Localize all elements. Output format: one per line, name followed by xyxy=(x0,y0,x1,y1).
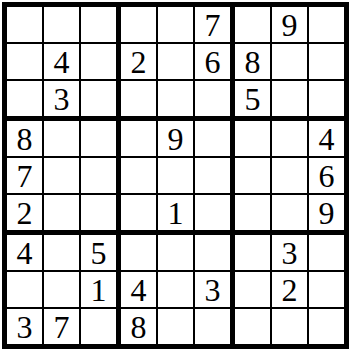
cell-r5c6-empty[interactable] xyxy=(195,158,235,195)
cell-r5c7-empty[interactable] xyxy=(235,158,272,195)
cell-r5c8-empty[interactable] xyxy=(272,158,309,195)
sudoku-board: 79426835894762194531432378 xyxy=(2,2,349,349)
cell-r2c3-empty[interactable] xyxy=(81,44,121,81)
cell-r4c1-given-8[interactable]: 8 xyxy=(7,121,44,158)
cell-r2c4-given-2[interactable]: 2 xyxy=(121,44,158,81)
cell-r9c1-given-3[interactable]: 3 xyxy=(7,309,44,344)
cell-r8c3-given-1[interactable]: 1 xyxy=(81,272,121,309)
cell-r7c4-empty[interactable] xyxy=(121,235,158,272)
cell-r7c1-given-4[interactable]: 4 xyxy=(7,235,44,272)
cell-r9c5-empty[interactable] xyxy=(158,309,195,344)
cell-r3c8-empty[interactable] xyxy=(272,81,309,121)
cell-r4c6-empty[interactable] xyxy=(195,121,235,158)
cell-r9c7-empty[interactable] xyxy=(235,309,272,344)
cell-r7c6-empty[interactable] xyxy=(195,235,235,272)
cell-r8c7-empty[interactable] xyxy=(235,272,272,309)
cell-r7c3-given-5[interactable]: 5 xyxy=(81,235,121,272)
cell-r8c9-empty[interactable] xyxy=(309,272,344,309)
cell-r2c7-given-8[interactable]: 8 xyxy=(235,44,272,81)
cell-r4c5-given-9[interactable]: 9 xyxy=(158,121,195,158)
cell-r4c3-empty[interactable] xyxy=(81,121,121,158)
cell-r6c7-empty[interactable] xyxy=(235,195,272,235)
cell-r9c2-given-7[interactable]: 7 xyxy=(44,309,81,344)
cell-r2c8-empty[interactable] xyxy=(272,44,309,81)
cell-r3c4-empty[interactable] xyxy=(121,81,158,121)
cell-r7c7-empty[interactable] xyxy=(235,235,272,272)
cell-r6c6-empty[interactable] xyxy=(195,195,235,235)
cell-r5c3-empty[interactable] xyxy=(81,158,121,195)
cell-r5c1-given-7[interactable]: 7 xyxy=(7,158,44,195)
cell-r7c8-given-3[interactable]: 3 xyxy=(272,235,309,272)
cell-r8c2-empty[interactable] xyxy=(44,272,81,309)
cell-r4c2-empty[interactable] xyxy=(44,121,81,158)
cell-r9c6-empty[interactable] xyxy=(195,309,235,344)
cell-r6c9-given-9[interactable]: 9 xyxy=(309,195,344,235)
cell-r3c2-given-3[interactable]: 3 xyxy=(44,81,81,121)
cell-r5c4-empty[interactable] xyxy=(121,158,158,195)
cell-r8c5-empty[interactable] xyxy=(158,272,195,309)
cell-r3c6-empty[interactable] xyxy=(195,81,235,121)
cell-r1c1-empty[interactable] xyxy=(7,7,44,44)
cell-r8c1-empty[interactable] xyxy=(7,272,44,309)
cell-r2c6-given-6[interactable]: 6 xyxy=(195,44,235,81)
cell-r3c3-empty[interactable] xyxy=(81,81,121,121)
cell-r4c7-empty[interactable] xyxy=(235,121,272,158)
cell-r1c4-empty[interactable] xyxy=(121,7,158,44)
cell-r5c5-empty[interactable] xyxy=(158,158,195,195)
cell-r4c9-given-4[interactable]: 4 xyxy=(309,121,344,158)
cell-r6c4-empty[interactable] xyxy=(121,195,158,235)
cell-r4c4-empty[interactable] xyxy=(121,121,158,158)
cell-r6c8-empty[interactable] xyxy=(272,195,309,235)
cell-r8c8-given-2[interactable]: 2 xyxy=(272,272,309,309)
cell-r8c4-given-4[interactable]: 4 xyxy=(121,272,158,309)
cell-r9c9-empty[interactable] xyxy=(309,309,344,344)
cell-r2c9-empty[interactable] xyxy=(309,44,344,81)
cell-r1c5-empty[interactable] xyxy=(158,7,195,44)
cell-r3c5-empty[interactable] xyxy=(158,81,195,121)
cell-r3c1-empty[interactable] xyxy=(7,81,44,121)
cell-r9c3-empty[interactable] xyxy=(81,309,121,344)
cell-r1c7-empty[interactable] xyxy=(235,7,272,44)
cell-r3c9-empty[interactable] xyxy=(309,81,344,121)
cell-r5c2-empty[interactable] xyxy=(44,158,81,195)
cell-r5c9-given-6[interactable]: 6 xyxy=(309,158,344,195)
cell-r6c3-empty[interactable] xyxy=(81,195,121,235)
cell-r1c8-given-9[interactable]: 9 xyxy=(272,7,309,44)
cell-r1c2-empty[interactable] xyxy=(44,7,81,44)
cell-r1c3-empty[interactable] xyxy=(81,7,121,44)
cell-r7c2-empty[interactable] xyxy=(44,235,81,272)
cell-r6c2-empty[interactable] xyxy=(44,195,81,235)
cell-r1c9-empty[interactable] xyxy=(309,7,344,44)
cell-r1c6-given-7[interactable]: 7 xyxy=(195,7,235,44)
cell-r9c4-given-8[interactable]: 8 xyxy=(121,309,158,344)
cell-r7c9-empty[interactable] xyxy=(309,235,344,272)
cell-r6c1-given-2[interactable]: 2 xyxy=(7,195,44,235)
cell-r3c7-given-5[interactable]: 5 xyxy=(235,81,272,121)
sudoku-page: 79426835894762194531432378 xyxy=(0,0,357,357)
cell-r4c8-empty[interactable] xyxy=(272,121,309,158)
cell-r2c5-empty[interactable] xyxy=(158,44,195,81)
cell-r8c6-given-3[interactable]: 3 xyxy=(195,272,235,309)
cell-r9c8-empty[interactable] xyxy=(272,309,309,344)
cell-r6c5-given-1[interactable]: 1 xyxy=(158,195,195,235)
cell-r7c5-empty[interactable] xyxy=(158,235,195,272)
cell-r2c1-empty[interactable] xyxy=(7,44,44,81)
cell-r2c2-given-4[interactable]: 4 xyxy=(44,44,81,81)
